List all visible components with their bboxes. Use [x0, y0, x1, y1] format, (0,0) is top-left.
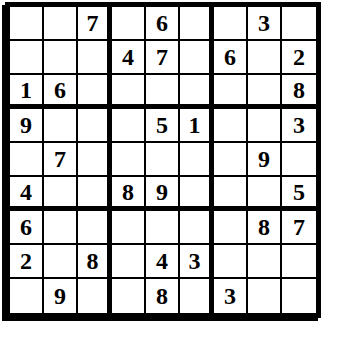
sudoku-board-container: 763476216895137948956872843983: [5, 2, 321, 318]
cell-r5c2-given: 7: [44, 143, 78, 177]
cell-r3c2-given: 6: [44, 75, 78, 109]
cell-r7c4-empty[interactable]: [112, 211, 146, 245]
cell-r1c4-empty[interactable]: [112, 7, 146, 41]
cell-r1c1-empty[interactable]: [10, 7, 44, 41]
cell-r9c3-empty[interactable]: [78, 279, 112, 313]
cell-r8c6-given: 3: [180, 245, 214, 279]
cell-r8c1-given: 2: [10, 245, 44, 279]
cell-r2c5-given: 7: [146, 41, 180, 75]
cell-r3c3-empty[interactable]: [78, 75, 112, 109]
cell-r3c9-given: 8: [282, 75, 316, 109]
cell-r3c1-given: 1: [10, 75, 44, 109]
cell-r6c8-empty[interactable]: [248, 177, 282, 211]
cell-r4c1-given: 9: [10, 109, 44, 143]
cell-r1c7-empty[interactable]: [214, 7, 248, 41]
cell-r7c5-empty[interactable]: [146, 211, 180, 245]
cell-r6c2-empty[interactable]: [44, 177, 78, 211]
cell-r7c9-given: 7: [282, 211, 316, 245]
cell-r8c8-empty[interactable]: [248, 245, 282, 279]
cell-r9c4-empty[interactable]: [112, 279, 146, 313]
cell-r4c3-empty[interactable]: [78, 109, 112, 143]
cell-r6c3-empty[interactable]: [78, 177, 112, 211]
cell-r9c1-empty[interactable]: [10, 279, 44, 313]
cell-r3c7-empty[interactable]: [214, 75, 248, 109]
cell-r5c8-given: 9: [248, 143, 282, 177]
cell-r7c2-empty[interactable]: [44, 211, 78, 245]
cell-r8c5-given: 4: [146, 245, 180, 279]
cell-r5c6-empty[interactable]: [180, 143, 214, 177]
cell-r4c2-empty[interactable]: [44, 109, 78, 143]
cell-r5c9-empty[interactable]: [282, 143, 316, 177]
cell-r7c1-given: 6: [10, 211, 44, 245]
sudoku-board: 763476216895137948956872843983: [5, 2, 321, 318]
cell-r1c3-given: 7: [78, 7, 112, 41]
cell-r5c3-empty[interactable]: [78, 143, 112, 177]
cell-r1c5-given: 6: [146, 7, 180, 41]
cell-r6c7-empty[interactable]: [214, 177, 248, 211]
cell-r3c5-empty[interactable]: [146, 75, 180, 109]
cell-r4c5-given: 5: [146, 109, 180, 143]
cell-r9c7-given: 3: [214, 279, 248, 313]
cell-r8c3-given: 8: [78, 245, 112, 279]
cell-r7c7-empty[interactable]: [214, 211, 248, 245]
cell-r7c8-given: 8: [248, 211, 282, 245]
cell-r5c1-empty[interactable]: [10, 143, 44, 177]
cell-r4c7-empty[interactable]: [214, 109, 248, 143]
cell-r5c4-empty[interactable]: [112, 143, 146, 177]
cell-r2c7-given: 6: [214, 41, 248, 75]
cell-r1c8-given: 3: [248, 7, 282, 41]
cell-r6c9-given: 5: [282, 177, 316, 211]
cell-r2c2-empty[interactable]: [44, 41, 78, 75]
cell-r2c4-given: 4: [112, 41, 146, 75]
cell-r1c2-empty[interactable]: [44, 7, 78, 41]
cell-r3c4-empty[interactable]: [112, 75, 146, 109]
cell-r6c1-given: 4: [10, 177, 44, 211]
cell-r2c6-empty[interactable]: [180, 41, 214, 75]
cell-r2c3-empty[interactable]: [78, 41, 112, 75]
cell-r9c5-given: 8: [146, 279, 180, 313]
cell-r4c6-given: 1: [180, 109, 214, 143]
cell-r4c8-empty[interactable]: [248, 109, 282, 143]
cell-r2c9-given: 2: [282, 41, 316, 75]
cell-r6c4-given: 8: [112, 177, 146, 211]
cell-r2c8-empty[interactable]: [248, 41, 282, 75]
cell-r2c1-empty[interactable]: [10, 41, 44, 75]
cell-r4c4-empty[interactable]: [112, 109, 146, 143]
cell-r3c6-empty[interactable]: [180, 75, 214, 109]
cell-r8c7-empty[interactable]: [214, 245, 248, 279]
cell-r9c2-given: 9: [44, 279, 78, 313]
cell-r1c6-empty[interactable]: [180, 7, 214, 41]
cell-r9c8-empty[interactable]: [248, 279, 282, 313]
cell-r1c9-empty[interactable]: [282, 7, 316, 41]
cell-r9c6-empty[interactable]: [180, 279, 214, 313]
cell-r3c8-empty[interactable]: [248, 75, 282, 109]
cell-r8c4-empty[interactable]: [112, 245, 146, 279]
cell-r8c2-empty[interactable]: [44, 245, 78, 279]
cell-r7c6-empty[interactable]: [180, 211, 214, 245]
cell-r8c9-empty[interactable]: [282, 245, 316, 279]
cell-r5c5-empty[interactable]: [146, 143, 180, 177]
cell-r4c9-given: 3: [282, 109, 316, 143]
cell-r5c7-empty[interactable]: [214, 143, 248, 177]
cell-r6c5-given: 9: [146, 177, 180, 211]
cell-r9c9-empty[interactable]: [282, 279, 316, 313]
cell-r7c3-empty[interactable]: [78, 211, 112, 245]
cell-r6c6-empty[interactable]: [180, 177, 214, 211]
